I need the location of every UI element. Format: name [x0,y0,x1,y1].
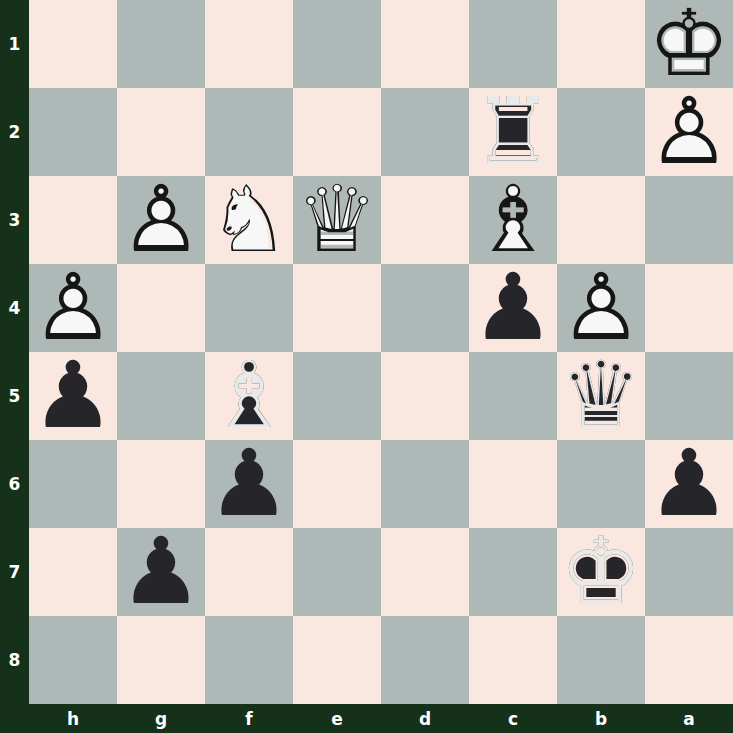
rank-label-1: 1 [0,0,29,88]
queen-glyph-detail: ♕ [293,176,381,264]
white-pawn-a2[interactable]: ♟♙ [645,88,733,176]
rook-glyph-detail: ♖ [469,88,557,176]
bishop-glyph-detail: ♗ [469,176,557,264]
pawn-glyph-detail: ♙ [557,264,645,352]
square-c7[interactable] [469,528,557,616]
rank-label-2: 2 [0,88,29,176]
bishop-glyph-detail: ♗ [205,352,293,440]
file-label-c: c [469,704,557,733]
square-b2[interactable] [557,88,645,176]
square-f6[interactable]: ♟♙ [205,440,293,528]
square-f5[interactable]: ♝♗ [205,352,293,440]
white-pawn-h4[interactable]: ♟♙ [29,264,117,352]
square-e4[interactable] [293,264,381,352]
square-g3[interactable]: ♟♙ [117,176,205,264]
square-b1[interactable] [557,0,645,88]
pawn-glyph: ♟ [117,528,205,616]
king-glyph-detail: ♔ [557,528,645,616]
file-label-e: e [293,704,381,733]
file-label-f: f [205,704,293,733]
white-queen-e3[interactable]: ♛♕ [293,176,381,264]
black-pawn-g7[interactable]: ♟♙ [117,528,205,616]
square-g5[interactable] [117,352,205,440]
square-a3[interactable] [645,176,733,264]
square-e2[interactable] [293,88,381,176]
square-f7[interactable] [205,528,293,616]
square-g8[interactable] [117,616,205,704]
square-e5[interactable] [293,352,381,440]
file-label-g: g [117,704,205,733]
square-h3[interactable] [29,176,117,264]
square-d8[interactable] [381,616,469,704]
square-g4[interactable] [117,264,205,352]
square-h1[interactable] [29,0,117,88]
pawn-glyph: ♟ [29,352,117,440]
square-b5[interactable]: ♛♕ [557,352,645,440]
knight-glyph-detail: ♘ [205,176,293,264]
square-d1[interactable] [381,0,469,88]
pawn-glyph-detail: ♙ [645,88,733,176]
black-bishop-f5[interactable]: ♝♗ [205,352,293,440]
black-pawn-c4[interactable]: ♟♙ [469,264,557,352]
pawn-glyph: ♟ [645,440,733,528]
square-a6[interactable]: ♟♙ [645,440,733,528]
file-label-d: d [381,704,469,733]
square-a5[interactable] [645,352,733,440]
square-a8[interactable] [645,616,733,704]
square-c2[interactable]: ♜♖ [469,88,557,176]
rank-label-4: 4 [0,264,29,352]
king-glyph-detail: ♔ [645,0,733,88]
chess-board: 1♚♔2♜♖♟♙3♟♙♞♘♛♕♝♗4♟♙♟♙♟♙5♟♙♝♗♛♕6♟♙♟♙7♟♙♚… [0,0,733,733]
square-c3[interactable]: ♝♗ [469,176,557,264]
square-d4[interactable] [381,264,469,352]
square-d2[interactable] [381,88,469,176]
square-e8[interactable] [293,616,381,704]
square-h8[interactable] [29,616,117,704]
square-a2[interactable]: ♟♙ [645,88,733,176]
file-label-a: a [645,704,733,733]
square-c8[interactable] [469,616,557,704]
square-f4[interactable] [205,264,293,352]
square-c4[interactable]: ♟♙ [469,264,557,352]
square-e3[interactable]: ♛♕ [293,176,381,264]
black-queen-b5[interactable]: ♛♕ [557,352,645,440]
white-king-a1[interactable]: ♚♔ [645,0,733,88]
white-pawn-g3[interactable]: ♟♙ [117,176,205,264]
rank-label-3: 3 [0,176,29,264]
file-label-h: h [29,704,117,733]
square-a4[interactable] [645,264,733,352]
file-label-b: b [557,704,645,733]
square-f3[interactable]: ♞♘ [205,176,293,264]
square-e1[interactable] [293,0,381,88]
white-bishop-c3[interactable]: ♝♗ [469,176,557,264]
square-b6[interactable] [557,440,645,528]
square-h5[interactable]: ♟♙ [29,352,117,440]
square-h2[interactable] [29,88,117,176]
square-d5[interactable] [381,352,469,440]
black-pawn-a6[interactable]: ♟♙ [645,440,733,528]
square-e6[interactable] [293,440,381,528]
square-h6[interactable] [29,440,117,528]
square-b8[interactable] [557,616,645,704]
square-b7[interactable]: ♚♔ [557,528,645,616]
square-g7[interactable]: ♟♙ [117,528,205,616]
square-a1[interactable]: ♚♔ [645,0,733,88]
square-e7[interactable] [293,528,381,616]
pawn-glyph-detail: ♙ [29,264,117,352]
queen-glyph-detail: ♕ [557,352,645,440]
square-h4[interactable]: ♟♙ [29,264,117,352]
rank-label-8: 8 [0,616,29,704]
square-g2[interactable] [117,88,205,176]
square-g6[interactable] [117,440,205,528]
square-f1[interactable] [205,0,293,88]
square-d7[interactable] [381,528,469,616]
square-f8[interactable] [205,616,293,704]
square-c5[interactable] [469,352,557,440]
square-b4[interactable]: ♟♙ [557,264,645,352]
square-c6[interactable] [469,440,557,528]
square-a7[interactable] [645,528,733,616]
square-d6[interactable] [381,440,469,528]
rank-label-6: 6 [0,440,29,528]
pawn-glyph: ♟ [469,264,557,352]
white-knight-f3[interactable]: ♞♘ [205,176,293,264]
pawn-glyph: ♟ [205,440,293,528]
white-pawn-b4[interactable]: ♟♙ [557,264,645,352]
square-h7[interactable] [29,528,117,616]
square-g1[interactable] [117,0,205,88]
rank-label-5: 5 [0,352,29,440]
pawn-glyph-detail: ♙ [117,176,205,264]
black-king-b7[interactable]: ♚♔ [557,528,645,616]
square-f2[interactable] [205,88,293,176]
square-c1[interactable] [469,0,557,88]
rank-label-7: 7 [0,528,29,616]
black-rook-c2[interactable]: ♜♖ [469,88,557,176]
square-d3[interactable] [381,176,469,264]
black-pawn-h5[interactable]: ♟♙ [29,352,117,440]
square-b3[interactable] [557,176,645,264]
black-pawn-f6[interactable]: ♟♙ [205,440,293,528]
